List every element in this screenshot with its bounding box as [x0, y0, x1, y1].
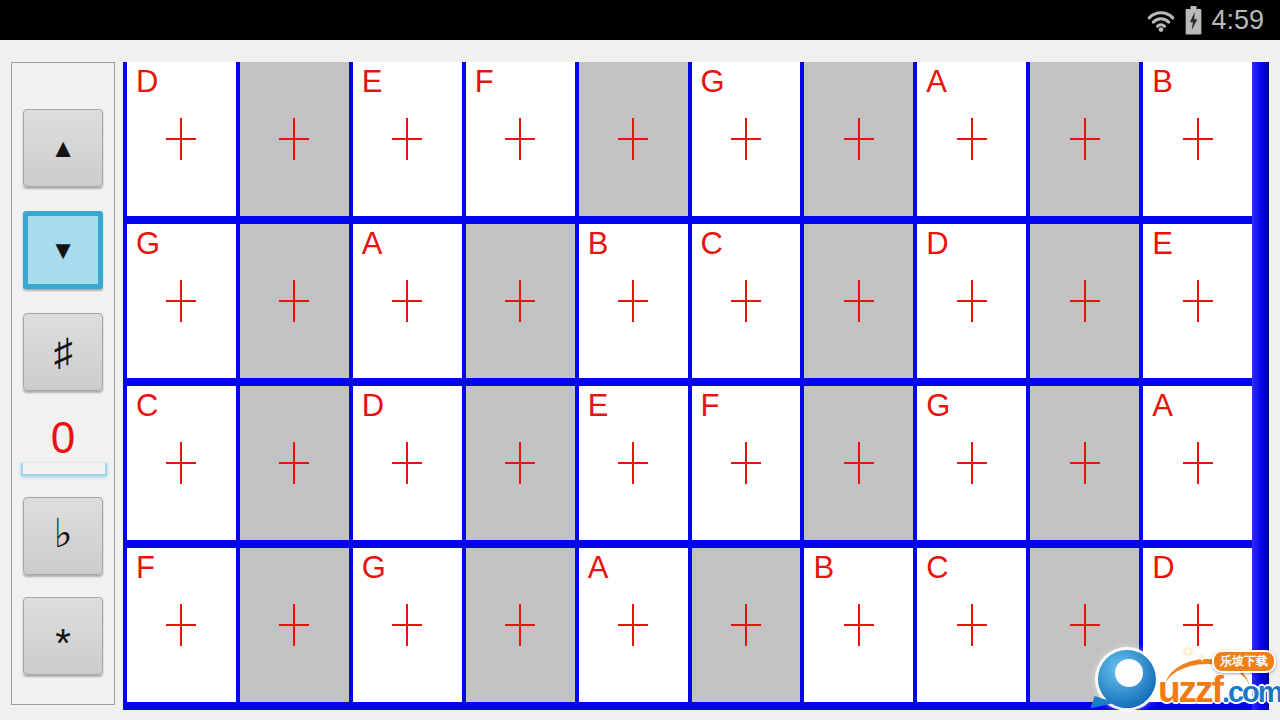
crosshair-marker	[618, 300, 648, 302]
black-key[interactable]	[462, 224, 575, 378]
wifi-icon	[1146, 8, 1176, 32]
black-key[interactable]	[462, 386, 575, 540]
crosshair-marker	[1070, 624, 1100, 626]
crosshair-marker	[279, 138, 309, 140]
white-key-A[interactable]: A	[575, 548, 688, 702]
crosshair-marker	[505, 138, 535, 140]
crosshair-marker	[731, 300, 761, 302]
white-key-F[interactable]: F	[688, 386, 801, 540]
watermark-badge: 乐坡下载	[1212, 650, 1276, 673]
white-key-B[interactable]: B	[1139, 62, 1252, 216]
counter-underline	[21, 463, 107, 476]
black-key[interactable]	[236, 224, 349, 378]
crosshair-marker	[957, 624, 987, 626]
white-key-E[interactable]: E	[349, 62, 462, 216]
crosshair-marker	[957, 138, 987, 140]
white-key-C[interactable]: C	[688, 224, 801, 378]
crosshair-marker	[618, 138, 648, 140]
white-key-G[interactable]: G	[913, 386, 1026, 540]
control-sidebar: ▲ ▼ ♯ 0 ♭ *	[11, 62, 115, 705]
key-note-label: A	[926, 64, 947, 100]
uzzf-watermark: ✦ ✦ uzzf.com 乐坡下载	[1090, 647, 1276, 715]
white-key-A[interactable]: A	[1139, 386, 1252, 540]
black-key[interactable]	[236, 386, 349, 540]
key-note-label: D	[926, 226, 948, 262]
status-bar: 4:59	[0, 0, 1280, 40]
white-key-D[interactable]: D	[349, 386, 462, 540]
up-triangle-icon: ▲	[50, 133, 76, 164]
key-note-label: G	[701, 64, 725, 100]
crosshair-marker	[392, 300, 422, 302]
white-key-G[interactable]: G	[123, 224, 236, 378]
white-key-B[interactable]: B	[575, 224, 688, 378]
board-row: CDEFGA	[123, 386, 1252, 548]
star-button[interactable]: *	[23, 597, 103, 675]
sparkle-icon: ✦	[1182, 643, 1195, 661]
flat-icon: ♭	[54, 510, 73, 556]
crosshair-marker	[166, 300, 196, 302]
crosshair-marker	[731, 462, 761, 464]
key-note-label: D	[362, 388, 384, 424]
black-key[interactable]	[800, 224, 913, 378]
board-right-edge-bar	[1252, 62, 1269, 710]
key-note-label: A	[1152, 388, 1173, 424]
asterisk-icon: *	[55, 621, 71, 666]
crosshair-marker	[279, 300, 309, 302]
crosshair-marker	[1183, 624, 1213, 626]
crosshair-marker	[618, 462, 648, 464]
octave-counter-display: 0	[12, 413, 114, 463]
down-triangle-icon: ▼	[50, 235, 76, 266]
white-key-D[interactable]: D	[913, 224, 1026, 378]
battery-charging-icon	[1185, 6, 1202, 35]
crosshair-marker	[1070, 300, 1100, 302]
board-row: FGABCD	[123, 548, 1252, 710]
white-key-A[interactable]: A	[913, 62, 1026, 216]
crosshair-marker	[166, 462, 196, 464]
white-key-B[interactable]: B	[800, 548, 913, 702]
black-key[interactable]	[462, 548, 575, 702]
crosshair-marker	[392, 624, 422, 626]
board-row: GABCDE	[123, 224, 1252, 386]
octave-up-button[interactable]: ▲	[23, 109, 103, 187]
key-note-label: E	[588, 388, 609, 424]
black-key[interactable]	[1026, 386, 1139, 540]
white-key-E[interactable]: E	[1139, 224, 1252, 378]
crosshair-marker	[844, 624, 874, 626]
crosshair-marker	[392, 462, 422, 464]
crosshair-marker	[505, 462, 535, 464]
crosshair-marker	[1183, 462, 1213, 464]
uzzf-logo-swoosh-icon	[1098, 650, 1156, 708]
black-key[interactable]	[236, 62, 349, 216]
crosshair-marker	[392, 138, 422, 140]
key-note-label: F	[136, 550, 155, 586]
sparkle-icon: ✦	[1198, 653, 1206, 664]
key-note-label: E	[362, 64, 383, 100]
black-key[interactable]	[688, 548, 801, 702]
sharp-icon: ♯	[54, 331, 73, 374]
white-key-D[interactable]: D	[123, 62, 236, 216]
key-note-label: D	[1152, 550, 1174, 586]
octave-down-button[interactable]: ▼	[23, 211, 103, 289]
white-key-F[interactable]: F	[462, 62, 575, 216]
crosshair-marker	[1183, 300, 1213, 302]
key-note-label: C	[136, 388, 158, 424]
crosshair-marker	[166, 624, 196, 626]
key-note-label: E	[1152, 226, 1173, 262]
crosshair-marker	[505, 624, 535, 626]
crosshair-marker	[844, 462, 874, 464]
white-key-C[interactable]: C	[913, 548, 1026, 702]
black-key[interactable]	[800, 62, 913, 216]
crosshair-marker	[844, 138, 874, 140]
key-note-label: F	[701, 388, 720, 424]
flat-button[interactable]: ♭	[23, 497, 103, 575]
black-key[interactable]	[236, 548, 349, 702]
sharp-button[interactable]: ♯	[23, 313, 103, 391]
black-key[interactable]	[1026, 224, 1139, 378]
crosshair-marker	[844, 300, 874, 302]
key-note-label: A	[588, 550, 609, 586]
key-note-label: G	[926, 388, 950, 424]
board: DEFGABGABCDECDEFGAFGABCD	[123, 62, 1252, 710]
white-key-C[interactable]: C	[123, 386, 236, 540]
white-key-A[interactable]: A	[349, 224, 462, 378]
key-note-label: B	[588, 226, 609, 262]
crosshair-marker	[731, 138, 761, 140]
crosshair-marker	[279, 624, 309, 626]
crosshair-marker	[957, 300, 987, 302]
key-note-label: D	[136, 64, 158, 100]
white-key-G[interactable]: G	[349, 548, 462, 702]
key-note-label: C	[701, 226, 723, 262]
key-note-label: G	[362, 550, 386, 586]
black-key[interactable]	[1026, 62, 1139, 216]
white-key-G[interactable]: G	[688, 62, 801, 216]
key-note-label: A	[362, 226, 383, 262]
crosshair-marker	[957, 462, 987, 464]
black-key[interactable]	[800, 386, 913, 540]
board-row: DEFGAB	[123, 62, 1252, 224]
key-note-label: B	[813, 550, 834, 586]
white-key-F[interactable]: F	[123, 548, 236, 702]
crosshair-marker	[731, 624, 761, 626]
crosshair-marker	[505, 300, 535, 302]
key-note-label: F	[475, 64, 494, 100]
crosshair-marker	[1070, 462, 1100, 464]
watermark-com-text: .com	[1222, 676, 1280, 708]
key-note-label: C	[926, 550, 948, 586]
key-note-label: B	[1152, 64, 1173, 100]
crosshair-marker	[1070, 138, 1100, 140]
crosshair-marker	[279, 462, 309, 464]
crosshair-marker	[1183, 138, 1213, 140]
white-key-E[interactable]: E	[575, 386, 688, 540]
clock: 4:59	[1211, 0, 1264, 40]
black-key[interactable]	[575, 62, 688, 216]
watermark-uzzf-text: uzzf	[1158, 669, 1222, 710]
crosshair-marker	[618, 624, 648, 626]
crosshair-marker	[166, 138, 196, 140]
key-note-label: G	[136, 226, 160, 262]
